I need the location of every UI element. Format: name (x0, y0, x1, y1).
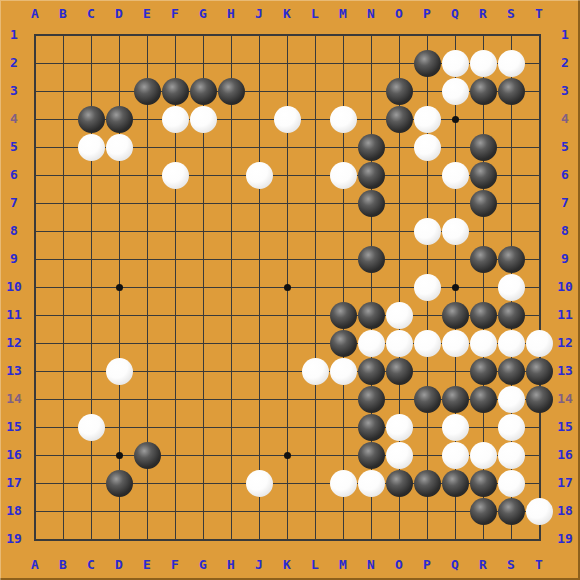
row-label-right: 11 (551, 307, 579, 323)
black-stone-N6 (358, 162, 385, 189)
white-stone-T18 (526, 498, 553, 525)
white-stone-M17 (330, 470, 357, 497)
black-stone-N13 (358, 358, 385, 385)
white-stone-O15 (386, 414, 413, 441)
black-stone-R11 (470, 302, 497, 329)
row-label-right: 17 (551, 475, 579, 491)
row-label-right: 1 (551, 27, 579, 43)
col-label-bottom: G (189, 557, 217, 573)
row-label-left: 16 (0, 447, 28, 463)
row-label-left: 18 (0, 503, 28, 519)
col-label-top: M (329, 6, 357, 22)
black-stone-E3 (134, 78, 161, 105)
white-stone-Q8 (442, 218, 469, 245)
black-stone-R9 (470, 246, 497, 273)
black-stone-R3 (470, 78, 497, 105)
row-label-right: 2 (551, 55, 579, 71)
row-label-right: 13 (551, 363, 579, 379)
row-label-left: 12 (0, 335, 28, 351)
black-stone-Q14 (442, 386, 469, 413)
col-label-top: F (161, 6, 189, 22)
row-label-right: 12 (551, 335, 579, 351)
col-label-bottom: Q (441, 557, 469, 573)
col-label-top: B (49, 6, 77, 22)
col-label-bottom: O (385, 557, 413, 573)
col-label-top: S (497, 6, 525, 22)
black-stone-O3 (386, 78, 413, 105)
white-stone-R2 (470, 50, 497, 77)
col-label-top: G (189, 6, 217, 22)
white-stone-M6 (330, 162, 357, 189)
row-label-right: 18 (551, 503, 579, 519)
white-stone-R12 (470, 330, 497, 357)
white-stone-O12 (386, 330, 413, 357)
white-stone-Q3 (442, 78, 469, 105)
white-stone-S10 (498, 274, 525, 301)
col-label-bottom: H (217, 557, 245, 573)
star-point (116, 452, 123, 459)
white-stone-P12 (414, 330, 441, 357)
black-stone-D17 (106, 470, 133, 497)
col-label-bottom: S (497, 557, 525, 573)
col-label-top: J (245, 6, 273, 22)
black-stone-M11 (330, 302, 357, 329)
col-label-bottom: C (77, 557, 105, 573)
col-label-top: A (21, 6, 49, 22)
white-stone-G4 (190, 106, 217, 133)
row-label-left: 8 (0, 223, 28, 239)
col-label-top: K (273, 6, 301, 22)
white-stone-N12 (358, 330, 385, 357)
white-stone-D13 (106, 358, 133, 385)
black-stone-H3 (218, 78, 245, 105)
white-stone-S16 (498, 442, 525, 469)
black-stone-R17 (470, 470, 497, 497)
star-point (116, 284, 123, 291)
black-stone-N11 (358, 302, 385, 329)
black-stone-R18 (470, 498, 497, 525)
col-label-bottom: N (357, 557, 385, 573)
black-stone-C4 (78, 106, 105, 133)
black-stone-E16 (134, 442, 161, 469)
col-label-top: N (357, 6, 385, 22)
col-label-bottom: F (161, 557, 189, 573)
row-label-left: 3 (0, 83, 28, 99)
white-stone-O16 (386, 442, 413, 469)
row-label-right: 5 (551, 139, 579, 155)
row-label-right: 6 (551, 167, 579, 183)
white-stone-J6 (246, 162, 273, 189)
white-stone-P4 (414, 106, 441, 133)
white-stone-F6 (162, 162, 189, 189)
row-label-left: 11 (0, 307, 28, 323)
row-label-right: 14 (551, 391, 579, 407)
black-stone-M12 (330, 330, 357, 357)
black-stone-P17 (414, 470, 441, 497)
col-label-bottom: B (49, 557, 77, 573)
go-board[interactable]: AABBCCDDEEFFGGHHJJKKLLMMNNOOPPQQRRSSTT11… (0, 0, 580, 580)
white-stone-Q6 (442, 162, 469, 189)
black-stone-N16 (358, 442, 385, 469)
row-label-right: 10 (551, 279, 579, 295)
white-stone-M4 (330, 106, 357, 133)
black-stone-O4 (386, 106, 413, 133)
white-stone-D5 (106, 134, 133, 161)
black-stone-Q11 (442, 302, 469, 329)
white-stone-S12 (498, 330, 525, 357)
white-stone-F4 (162, 106, 189, 133)
col-label-bottom: K (273, 557, 301, 573)
row-label-left: 5 (0, 139, 28, 155)
white-stone-K4 (274, 106, 301, 133)
row-label-left: 17 (0, 475, 28, 491)
col-label-bottom: J (245, 557, 273, 573)
black-stone-R14 (470, 386, 497, 413)
row-label-right: 7 (551, 195, 579, 211)
white-stone-Q12 (442, 330, 469, 357)
black-stone-P2 (414, 50, 441, 77)
white-stone-S15 (498, 414, 525, 441)
black-stone-N7 (358, 190, 385, 217)
black-stone-F3 (162, 78, 189, 105)
black-stone-N15 (358, 414, 385, 441)
col-label-top: O (385, 6, 413, 22)
row-label-left: 19 (0, 531, 28, 547)
white-stone-S2 (498, 50, 525, 77)
col-label-top: T (525, 6, 553, 22)
row-label-left: 2 (0, 55, 28, 71)
black-stone-P14 (414, 386, 441, 413)
white-stone-O11 (386, 302, 413, 329)
row-label-right: 8 (551, 223, 579, 239)
white-stone-C5 (78, 134, 105, 161)
black-stone-R5 (470, 134, 497, 161)
black-stone-O17 (386, 470, 413, 497)
col-label-bottom: R (469, 557, 497, 573)
col-label-bottom: P (413, 557, 441, 573)
white-stone-N17 (358, 470, 385, 497)
col-label-top: Q (441, 6, 469, 22)
row-label-right: 3 (551, 83, 579, 99)
white-stone-J17 (246, 470, 273, 497)
black-stone-N14 (358, 386, 385, 413)
col-label-bottom: T (525, 557, 553, 573)
black-stone-N5 (358, 134, 385, 161)
row-label-right: 4 (551, 111, 579, 127)
col-label-top: R (469, 6, 497, 22)
white-stone-L13 (302, 358, 329, 385)
col-label-bottom: E (133, 557, 161, 573)
white-stone-P5 (414, 134, 441, 161)
black-stone-D4 (106, 106, 133, 133)
row-label-left: 15 (0, 419, 28, 435)
col-label-top: C (77, 6, 105, 22)
row-label-left: 1 (0, 27, 28, 43)
white-stone-S17 (498, 470, 525, 497)
white-stone-S14 (498, 386, 525, 413)
row-label-left: 13 (0, 363, 28, 379)
black-stone-R7 (470, 190, 497, 217)
col-label-bottom: D (105, 557, 133, 573)
row-label-left: 4 (0, 111, 28, 127)
black-stone-T14 (526, 386, 553, 413)
black-stone-G3 (190, 78, 217, 105)
white-stone-Q2 (442, 50, 469, 77)
col-label-top: D (105, 6, 133, 22)
black-stone-O13 (386, 358, 413, 385)
star-point (284, 284, 291, 291)
white-stone-T12 (526, 330, 553, 357)
star-point (452, 116, 459, 123)
white-stone-C15 (78, 414, 105, 441)
row-label-left: 14 (0, 391, 28, 407)
col-label-top: P (413, 6, 441, 22)
star-point (452, 284, 459, 291)
row-label-right: 16 (551, 447, 579, 463)
col-label-bottom: M (329, 557, 357, 573)
white-stone-Q16 (442, 442, 469, 469)
col-label-bottom: L (301, 557, 329, 573)
black-stone-R13 (470, 358, 497, 385)
white-stone-M13 (330, 358, 357, 385)
col-label-top: L (301, 6, 329, 22)
row-label-right: 9 (551, 251, 579, 267)
black-stone-R6 (470, 162, 497, 189)
white-stone-R16 (470, 442, 497, 469)
black-stone-N9 (358, 246, 385, 273)
black-stone-Q17 (442, 470, 469, 497)
black-stone-S11 (498, 302, 525, 329)
row-label-left: 10 (0, 279, 28, 295)
white-stone-Q15 (442, 414, 469, 441)
row-label-left: 7 (0, 195, 28, 211)
black-stone-T13 (526, 358, 553, 385)
row-label-right: 15 (551, 419, 579, 435)
col-label-top: E (133, 6, 161, 22)
black-stone-S13 (498, 358, 525, 385)
black-stone-S9 (498, 246, 525, 273)
star-point (284, 452, 291, 459)
row-label-left: 9 (0, 251, 28, 267)
black-stone-S3 (498, 78, 525, 105)
white-stone-P8 (414, 218, 441, 245)
black-stone-S18 (498, 498, 525, 525)
col-label-bottom: A (21, 557, 49, 573)
white-stone-P10 (414, 274, 441, 301)
row-label-right: 19 (551, 531, 579, 547)
col-label-top: H (217, 6, 245, 22)
row-label-left: 6 (0, 167, 28, 183)
